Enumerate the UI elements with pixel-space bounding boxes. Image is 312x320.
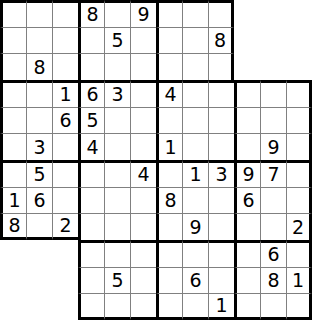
cell-r7c6[interactable]: 4: [130, 160, 156, 187]
cell-r1c4[interactable]: 8: [78, 0, 104, 27]
cell-r4c7[interactable]: 4: [156, 80, 182, 107]
cell-r5c5[interactable]: [104, 107, 130, 134]
cell-r1c2[interactable]: [26, 0, 52, 27]
cell-r12c5[interactable]: [104, 293, 130, 320]
cell-r4c6[interactable]: [130, 80, 156, 107]
cell-r4c8[interactable]: [182, 80, 208, 107]
cell-r3c10: [234, 53, 260, 80]
cell-r1c1[interactable]: [0, 0, 26, 27]
cell-r7c10[interactable]: 9: [234, 160, 260, 187]
cell-r9c5[interactable]: [104, 213, 130, 240]
cell-r4c2[interactable]: [26, 80, 52, 107]
cell-r12c6[interactable]: [130, 293, 156, 320]
cell-r12c7[interactable]: [156, 293, 182, 320]
cell-r6c10[interactable]: [234, 133, 260, 160]
cell-r10c6[interactable]: [130, 240, 156, 267]
cell-r11c12[interactable]: 1: [286, 267, 312, 294]
cell-r11c10[interactable]: [234, 267, 260, 294]
cell-r7c11[interactable]: 7: [260, 160, 286, 187]
cell-r6c2[interactable]: 3: [26, 133, 52, 160]
cell-r4c11[interactable]: [260, 80, 286, 107]
cell-r6c6[interactable]: [130, 133, 156, 160]
cell-r8c1[interactable]: 1: [0, 187, 26, 214]
cell-r2c2[interactable]: [26, 27, 52, 54]
cell-r7c4[interactable]: [78, 160, 104, 187]
cell-r8c12[interactable]: [286, 187, 312, 214]
cell-r9c7[interactable]: [156, 213, 182, 240]
cell-r7c1[interactable]: [0, 160, 26, 187]
cell-r4c4[interactable]: 6: [78, 80, 104, 107]
cell-r5c1[interactable]: [0, 107, 26, 134]
cell-r11c9[interactable]: [208, 267, 234, 294]
cell-r12c9[interactable]: 1: [208, 293, 234, 320]
cell-r12c3: [52, 293, 78, 320]
cell-r6c7[interactable]: 1: [156, 133, 182, 160]
cell-r12c12[interactable]: [286, 293, 312, 320]
cell-r2c6[interactable]: [130, 27, 156, 54]
cell-r8c8[interactable]: [182, 187, 208, 214]
cell-r3c11: [260, 53, 286, 80]
cell-r7c8[interactable]: 1: [182, 160, 208, 187]
cell-r9c10[interactable]: [234, 213, 260, 240]
cell-r1c8[interactable]: [182, 0, 208, 27]
cell-r10c12[interactable]: [286, 240, 312, 267]
cell-r3c3[interactable]: [52, 53, 78, 80]
cell-r7c12[interactable]: [286, 160, 312, 187]
cell-r2c1[interactable]: [0, 27, 26, 54]
cell-r8c11[interactable]: [260, 187, 286, 214]
cell-r4c3[interactable]: 1: [52, 80, 78, 107]
cell-r10c9[interactable]: [208, 240, 234, 267]
cell-r10c2: [26, 240, 52, 267]
cell-r12c1: [0, 293, 26, 320]
cell-r2c7[interactable]: [156, 27, 182, 54]
cell-r5c6[interactable]: [130, 107, 156, 134]
cell-r8c3[interactable]: [52, 187, 78, 214]
cell-r10c4[interactable]: [78, 240, 104, 267]
cell-r2c8[interactable]: [182, 27, 208, 54]
cell-r8c9[interactable]: [208, 187, 234, 214]
cell-r11c1: [0, 267, 26, 294]
cell-r11c8[interactable]: 6: [182, 267, 208, 294]
sudoku-board: 89588163465341954139716868292656811: [0, 0, 312, 320]
cell-r12c10[interactable]: [234, 293, 260, 320]
cell-r8c10[interactable]: 6: [234, 187, 260, 214]
cell-r6c9[interactable]: [208, 133, 234, 160]
cell-r1c6[interactable]: 9: [130, 0, 156, 27]
cell-r2c10: [234, 27, 260, 54]
cell-r3c6[interactable]: [130, 53, 156, 80]
cell-r4c9[interactable]: [208, 80, 234, 107]
cell-r3c7[interactable]: [156, 53, 182, 80]
cell-r6c12[interactable]: [286, 133, 312, 160]
cell-r3c4[interactable]: [78, 53, 104, 80]
cell-r2c5[interactable]: 5: [104, 27, 130, 54]
cell-r2c12: [286, 27, 312, 54]
cell-r3c8[interactable]: [182, 53, 208, 80]
cell-r7c3[interactable]: [52, 160, 78, 187]
cell-r3c12: [286, 53, 312, 80]
cell-r5c7[interactable]: [156, 107, 182, 134]
cell-r1c10: [234, 0, 260, 27]
cell-r12c4[interactable]: [78, 293, 104, 320]
cell-r11c3: [52, 267, 78, 294]
cell-r9c6[interactable]: [130, 213, 156, 240]
cell-r7c5[interactable]: [104, 160, 130, 187]
cell-r12c11[interactable]: [260, 293, 286, 320]
cell-r3c2[interactable]: 8: [26, 53, 52, 80]
cell-r11c7[interactable]: [156, 267, 182, 294]
cell-r11c5[interactable]: 5: [104, 267, 130, 294]
cell-r2c9[interactable]: 8: [208, 27, 234, 54]
cell-r12c8[interactable]: [182, 293, 208, 320]
cell-r6c3[interactable]: [52, 133, 78, 160]
cell-r4c12[interactable]: [286, 80, 312, 107]
cell-r10c8[interactable]: [182, 240, 208, 267]
cell-r3c5[interactable]: [104, 53, 130, 80]
cell-r5c8[interactable]: [182, 107, 208, 134]
cell-r6c8[interactable]: [182, 133, 208, 160]
cell-r4c1[interactable]: [0, 80, 26, 107]
cell-r6c1[interactable]: [0, 133, 26, 160]
cell-r8c2[interactable]: 6: [26, 187, 52, 214]
cell-r9c8[interactable]: 9: [182, 213, 208, 240]
cell-r8c4[interactable]: [78, 187, 104, 214]
cell-r11c11[interactable]: 8: [260, 267, 286, 294]
cell-r3c9[interactable]: [208, 53, 234, 80]
cell-r10c10[interactable]: [234, 240, 260, 267]
cell-r1c7[interactable]: [156, 0, 182, 27]
cell-r11c4[interactable]: [78, 267, 104, 294]
cell-r1c12: [286, 0, 312, 27]
cell-r7c9[interactable]: 3: [208, 160, 234, 187]
cell-r8c6[interactable]: [130, 187, 156, 214]
cell-r1c9[interactable]: [208, 0, 234, 27]
cell-r9c1[interactable]: 8: [0, 213, 26, 240]
cell-r10c11[interactable]: 6: [260, 240, 286, 267]
cell-r11c2: [26, 267, 52, 294]
cell-r9c2[interactable]: [26, 213, 52, 240]
cell-r6c5[interactable]: [104, 133, 130, 160]
cell-r10c5[interactable]: [104, 240, 130, 267]
cell-r2c11: [260, 27, 286, 54]
cell-r4c10[interactable]: [234, 80, 260, 107]
cell-r12c2: [26, 293, 52, 320]
cell-r1c3[interactable]: [52, 0, 78, 27]
cell-r8c5[interactable]: [104, 187, 130, 214]
cell-r5c10[interactable]: [234, 107, 260, 134]
cell-r7c2[interactable]: 5: [26, 160, 52, 187]
cell-r2c4[interactable]: [78, 27, 104, 54]
cell-r9c4[interactable]: [78, 213, 104, 240]
cell-r6c11[interactable]: 9: [260, 133, 286, 160]
cell-r9c11[interactable]: [260, 213, 286, 240]
cell-r5c4[interactable]: 5: [78, 107, 104, 134]
cell-r6c4[interactable]: 4: [78, 133, 104, 160]
cell-r3c1[interactable]: [0, 53, 26, 80]
cell-r2c3[interactable]: [52, 27, 78, 54]
cell-r5c3[interactable]: 6: [52, 107, 78, 134]
cell-r10c1: [0, 240, 26, 267]
cell-r9c12[interactable]: 2: [286, 213, 312, 240]
cell-r5c11[interactable]: [260, 107, 286, 134]
cell-r7c7[interactable]: [156, 160, 182, 187]
cell-r10c3: [52, 240, 78, 267]
cell-r11c6[interactable]: [130, 267, 156, 294]
cell-r5c2[interactable]: [26, 107, 52, 134]
cell-r4c5[interactable]: 3: [104, 80, 130, 107]
cell-r9c3[interactable]: 2: [52, 213, 78, 240]
cell-r1c5[interactable]: [104, 0, 130, 27]
cell-r10c7[interactable]: [156, 240, 182, 267]
cell-r8c7[interactable]: 8: [156, 187, 182, 214]
cell-r1c11: [260, 0, 286, 27]
cell-r5c12[interactable]: [286, 107, 312, 134]
cell-r5c9[interactable]: [208, 107, 234, 134]
cell-r9c9[interactable]: [208, 213, 234, 240]
